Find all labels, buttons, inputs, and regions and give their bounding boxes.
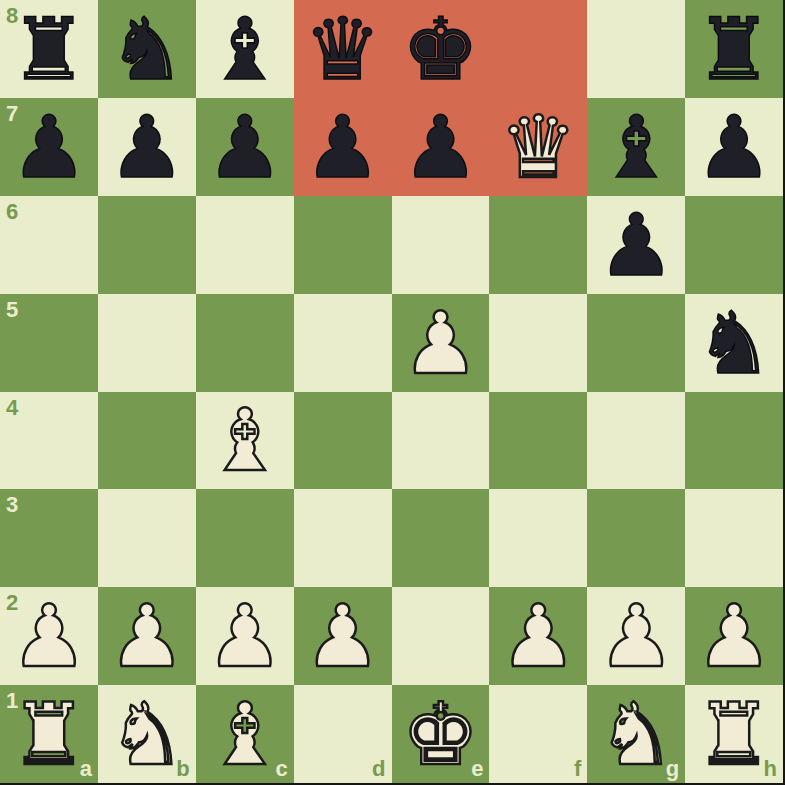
square-d1[interactable]: d [294,685,392,783]
black-queen-d8[interactable]: ♛ [304,6,381,92]
square-e6[interactable] [392,196,490,294]
file-label-c: c [275,758,287,780]
black-pawn-c7[interactable]: ♟ [206,104,283,190]
black-bishop-g7[interactable]: ♝ [598,104,675,190]
square-c5[interactable] [196,294,294,392]
square-a8[interactable]: 8♜ [0,0,98,98]
black-knight-b8[interactable]: ♞ [108,6,185,92]
square-b5[interactable] [98,294,196,392]
white-pawn-b2[interactable]: ♟ [108,593,185,679]
square-a7[interactable]: 7♟ [0,98,98,196]
square-d3[interactable] [294,489,392,587]
white-knight-g1[interactable]: ♞ [598,691,675,777]
square-h3[interactable] [685,489,783,587]
black-pawn-a7[interactable]: ♟ [10,104,87,190]
square-h7[interactable]: ♟ [685,98,783,196]
white-pawn-d2[interactable]: ♟ [304,593,381,679]
black-pawn-g6[interactable]: ♟ [598,202,675,288]
square-b1[interactable]: b♞ [98,685,196,783]
square-c4[interactable]: ♝ [196,392,294,490]
white-rook-h1[interactable]: ♜ [696,691,773,777]
square-b3[interactable] [98,489,196,587]
rank-label-7: 7 [6,103,18,125]
rank-label-2: 2 [6,592,18,614]
chess-board: 8♜♞♝♛♚♜7♟♟♟♟♟♛♝♟6♟5♟♞4♝32♟♟♟♟♟♟♟1a♜b♞c♝d… [0,0,785,785]
square-f3[interactable] [489,489,587,587]
square-f5[interactable] [489,294,587,392]
square-g6[interactable]: ♟ [587,196,685,294]
rank-label-6: 6 [6,201,18,223]
square-h6[interactable] [685,196,783,294]
white-pawn-g2[interactable]: ♟ [598,593,675,679]
square-b7[interactable]: ♟ [98,98,196,196]
square-c8[interactable]: ♝ [196,0,294,98]
white-pawn-f2[interactable]: ♟ [500,593,577,679]
black-rook-a8[interactable]: ♜ [10,6,87,92]
black-pawn-d7[interactable]: ♟ [304,104,381,190]
square-g7[interactable]: ♝ [587,98,685,196]
rank-label-4: 4 [6,397,18,419]
square-a4[interactable]: 4 [0,392,98,490]
square-c6[interactable] [196,196,294,294]
square-h4[interactable] [685,392,783,490]
white-pawn-h2[interactable]: ♟ [696,593,773,679]
square-d4[interactable] [294,392,392,490]
rank-label-3: 3 [6,494,18,516]
white-pawn-e5[interactable]: ♟ [402,300,479,386]
white-pawn-c2[interactable]: ♟ [206,593,283,679]
rank-label-8: 8 [6,5,18,27]
black-pawn-b7[interactable]: ♟ [108,104,185,190]
file-label-f: f [574,758,581,780]
square-c7[interactable]: ♟ [196,98,294,196]
square-f4[interactable] [489,392,587,490]
square-h5[interactable]: ♞ [685,294,783,392]
square-b4[interactable] [98,392,196,490]
square-f7[interactable]: ♛ [489,98,587,196]
square-c2[interactable]: ♟ [196,587,294,685]
square-d7[interactable]: ♟ [294,98,392,196]
white-knight-b1[interactable]: ♞ [108,691,185,777]
square-d2[interactable]: ♟ [294,587,392,685]
square-f6[interactable] [489,196,587,294]
square-h8[interactable]: ♜ [685,0,783,98]
square-g8[interactable] [587,0,685,98]
rank-label-5: 5 [6,299,18,321]
square-e1[interactable]: e♚ [392,685,490,783]
square-d8[interactable]: ♛ [294,0,392,98]
file-label-g: g [666,758,679,780]
square-g1[interactable]: g♞ [587,685,685,783]
black-bishop-c8[interactable]: ♝ [206,6,283,92]
square-g4[interactable] [587,392,685,490]
square-a3[interactable]: 3 [0,489,98,587]
white-queen-f7[interactable]: ♛ [500,104,577,190]
black-pawn-h7[interactable]: ♟ [696,104,773,190]
square-e3[interactable] [392,489,490,587]
square-a1[interactable]: 1a♜ [0,685,98,783]
square-f1[interactable]: f [489,685,587,783]
square-e7[interactable]: ♟ [392,98,490,196]
white-pawn-a2[interactable]: ♟ [10,593,87,679]
square-h2[interactable]: ♟ [685,587,783,685]
file-label-e: e [471,758,483,780]
square-e2[interactable] [392,587,490,685]
square-e4[interactable] [392,392,490,490]
file-label-a: a [80,758,92,780]
white-king-e1[interactable]: ♚ [402,691,479,777]
white-rook-a1[interactable]: ♜ [10,691,87,777]
square-b8[interactable]: ♞ [98,0,196,98]
square-f2[interactable]: ♟ [489,587,587,685]
square-d6[interactable] [294,196,392,294]
square-g3[interactable] [587,489,685,587]
square-f8[interactable] [489,0,587,98]
file-label-b: b [176,758,189,780]
square-d5[interactable] [294,294,392,392]
square-e5[interactable]: ♟ [392,294,490,392]
square-a5[interactable]: 5 [0,294,98,392]
black-rook-h8[interactable]: ♜ [696,6,773,92]
square-a2[interactable]: 2♟ [0,587,98,685]
square-a6[interactable]: 6 [0,196,98,294]
square-g5[interactable] [587,294,685,392]
square-e8[interactable]: ♚ [392,0,490,98]
black-king-e8[interactable]: ♚ [402,6,479,92]
square-h1[interactable]: h♜ [685,685,783,783]
file-label-d: d [372,758,385,780]
file-label-h: h [764,758,777,780]
black-pawn-e7[interactable]: ♟ [402,104,479,190]
white-bishop-c1[interactable]: ♝ [206,691,283,777]
square-c1[interactable]: c♝ [196,685,294,783]
square-g2[interactable]: ♟ [587,587,685,685]
rank-label-1: 1 [6,690,18,712]
square-b2[interactable]: ♟ [98,587,196,685]
square-b6[interactable] [98,196,196,294]
white-bishop-c4[interactable]: ♝ [206,397,283,483]
black-knight-h5[interactable]: ♞ [696,300,773,386]
square-c3[interactable] [196,489,294,587]
